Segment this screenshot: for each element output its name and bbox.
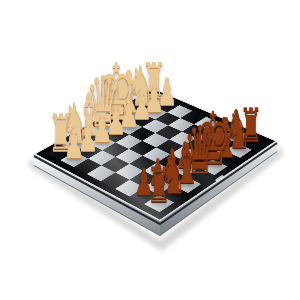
chess-set-photo: ♜♞♝♛♚♝♞♜♟♟♟♟♟♟♟♟♟♟♟♟♟♟♟♟♜♞♝♛♚♝♞♜: [0, 0, 300, 300]
